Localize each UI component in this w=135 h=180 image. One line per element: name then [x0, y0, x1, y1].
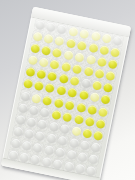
well-r8c5	[62, 112, 73, 123]
well-r1c2	[46, 22, 57, 33]
well-socket	[81, 127, 93, 140]
well-socket	[90, 141, 102, 154]
well-r12c1	[8, 150, 19, 161]
well-r5c7	[92, 81, 103, 92]
well-r9c3	[38, 119, 49, 130]
well-socket	[85, 165, 97, 178]
well-socket	[97, 105, 109, 118]
well-socket	[48, 120, 60, 133]
well-socket	[57, 73, 69, 86]
well-r11c6	[66, 149, 77, 160]
well-r2c5	[77, 40, 88, 51]
well-r10c7	[80, 140, 91, 151]
well-r8c3	[40, 107, 51, 118]
well-r5c3	[47, 71, 58, 82]
well-r3c1	[30, 43, 41, 54]
well-socket	[109, 46, 121, 59]
well-socket	[65, 37, 77, 50]
well-r3c6	[85, 55, 96, 66]
well-r10c5	[57, 135, 68, 146]
well-r7c2	[31, 93, 42, 104]
well-r5c4	[58, 74, 69, 85]
well-r1c8	[113, 35, 124, 46]
well-r11c4	[44, 145, 55, 156]
well-socket	[79, 139, 91, 152]
well-socket	[100, 94, 112, 107]
well-r10c6	[69, 137, 80, 148]
well-r12c4	[41, 157, 52, 168]
well-r9c2	[26, 117, 37, 128]
well-r3c2	[41, 46, 52, 57]
well-r12c7	[75, 163, 86, 174]
well-socket	[88, 153, 100, 166]
well-socket	[104, 70, 116, 83]
well-socket	[35, 68, 47, 81]
well-r9c7	[82, 128, 93, 139]
well-r10c2	[24, 128, 35, 139]
well-socket	[60, 61, 72, 74]
well-r12c5	[53, 159, 64, 170]
well-socket	[42, 33, 54, 46]
well-socket	[86, 103, 98, 116]
wells-grid	[7, 18, 124, 177]
well-socket	[62, 49, 74, 62]
well-r9c4	[49, 121, 60, 132]
well-r1c7	[101, 33, 112, 44]
well-r1c3	[57, 24, 68, 35]
well-socket	[96, 56, 108, 69]
well-r6c8	[101, 95, 112, 106]
well-r11c2	[22, 140, 33, 151]
well-r10c3	[35, 131, 46, 142]
well-r3c7	[97, 57, 108, 68]
well-socket	[45, 132, 57, 145]
well-r9c5	[60, 123, 71, 134]
well-socket	[26, 115, 38, 128]
well-r2c8	[110, 47, 121, 58]
well-r4c3	[50, 60, 61, 71]
well-r12c6	[64, 161, 75, 172]
well-r7c1	[20, 91, 31, 102]
well-r11c1	[10, 138, 21, 149]
well-socket	[95, 117, 107, 130]
well-socket	[84, 115, 96, 128]
well-r7c6	[76, 102, 87, 113]
well-r4c7	[94, 69, 105, 80]
well-socket	[18, 151, 30, 164]
well-socket	[112, 34, 124, 47]
well-r5c1	[25, 67, 36, 78]
well-r2c6	[88, 43, 99, 54]
well-socket	[38, 56, 50, 69]
well-r12c3	[30, 154, 41, 165]
well-r9c1	[15, 114, 26, 125]
well-r11c5	[55, 147, 66, 158]
well-socket	[76, 150, 88, 163]
well-socket	[66, 87, 78, 100]
well-r7c3	[42, 95, 53, 106]
well-r7c5	[65, 100, 76, 111]
well-r2c2	[43, 34, 54, 45]
well-r2c4	[66, 38, 77, 49]
well-r8c2	[29, 105, 40, 116]
well-r1c5	[79, 29, 90, 40]
well-r7c7	[87, 104, 98, 115]
photo-background	[0, 0, 135, 180]
well-socket	[50, 108, 62, 121]
well-socket	[102, 82, 114, 95]
well-r7c4	[54, 97, 65, 108]
well-r3c4	[63, 50, 74, 61]
well-r4c4	[61, 62, 72, 73]
well-socket	[88, 91, 100, 104]
well-r2c1	[32, 31, 43, 42]
well-r9c8	[93, 130, 104, 141]
well-r6c5	[67, 88, 78, 99]
well-r10c8	[91, 142, 102, 153]
microplate	[1, 7, 131, 180]
well-r2c3	[54, 36, 65, 47]
well-r1c4	[68, 26, 79, 37]
well-r7c8	[98, 107, 109, 118]
well-r12c2	[19, 152, 30, 163]
well-socket	[92, 129, 104, 142]
well-r11c8	[88, 154, 99, 165]
well-r5c6	[81, 78, 92, 89]
well-r8c4	[51, 109, 62, 120]
well-socket	[41, 155, 53, 168]
well-r6c7	[89, 92, 100, 103]
well-r5c5	[69, 76, 80, 87]
well-socket	[33, 80, 45, 93]
well-r10c4	[46, 133, 57, 144]
well-r6c3	[45, 83, 56, 94]
well-r6c1	[22, 79, 33, 90]
well-r4c8	[105, 71, 116, 82]
well-socket	[55, 84, 67, 97]
well-r9c6	[71, 126, 82, 137]
well-r11c7	[77, 152, 88, 163]
well-r8c8	[96, 118, 107, 129]
well-r4c1	[27, 55, 38, 66]
well-socket	[91, 79, 103, 92]
well-r1c6	[90, 31, 101, 42]
well-r6c2	[34, 81, 45, 92]
well-r8c6	[73, 114, 84, 125]
well-r8c1	[18, 102, 29, 113]
well-socket	[21, 139, 33, 152]
well-r8c7	[85, 116, 96, 127]
well-socket	[101, 32, 113, 45]
well-r3c8	[108, 59, 119, 70]
well-socket	[40, 44, 52, 57]
well-r10c1	[13, 126, 24, 137]
well-r6c6	[78, 90, 89, 101]
well-r6c4	[56, 86, 67, 97]
well-socket	[74, 162, 86, 175]
well-r1c1	[35, 20, 46, 31]
well-r2c7	[99, 45, 110, 56]
well-socket	[43, 144, 55, 157]
well-r4c2	[38, 57, 49, 68]
well-socket	[93, 68, 105, 81]
well-socket	[98, 44, 110, 57]
well-r4c6	[83, 66, 94, 77]
well-r3c3	[52, 48, 63, 59]
well-r3c5	[74, 52, 85, 63]
well-r5c8	[103, 83, 114, 94]
well-socket	[67, 25, 79, 38]
well-r5c2	[36, 69, 47, 80]
well-socket	[28, 104, 40, 117]
well-socket	[23, 127, 35, 140]
well-socket	[53, 96, 65, 109]
well-socket	[30, 92, 42, 105]
well-socket	[107, 58, 119, 71]
well-r4c5	[72, 64, 83, 75]
well-socket	[45, 21, 57, 34]
well-r11c3	[33, 143, 44, 154]
well-r12c8	[86, 166, 97, 177]
